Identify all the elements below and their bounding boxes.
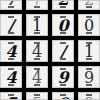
digit-cell-r3c2: 9 xyxy=(52,66,74,88)
digit-glyph: 2 xyxy=(79,0,99,10)
digit-glyph: 4 xyxy=(1,41,21,62)
digit-glyph: 4 xyxy=(1,67,21,88)
digit-cell-r1c1: 1 xyxy=(26,14,48,36)
digit-cell-r2c1: 4 xyxy=(26,40,48,62)
digit-glyph: 5 xyxy=(27,93,47,100)
digit-cell-r0c1: 7 xyxy=(26,0,48,10)
digit-cell-r4c2: 0 xyxy=(52,92,74,100)
digit-glyph: 0 xyxy=(53,93,73,100)
digit-glyph: / xyxy=(1,15,21,36)
digit-cell-r1c2: 0 xyxy=(52,14,74,36)
digit-cell-r1c3: 0 xyxy=(78,14,100,36)
digit-cell-r3c3: 9 xyxy=(78,66,100,88)
digit-glyph: 2 xyxy=(53,0,73,10)
digit-cell-r0c3: 2 xyxy=(78,0,100,10)
digit-glyph: 0 xyxy=(79,93,99,100)
digit-glyph: 4 xyxy=(27,41,47,62)
digit-glyph: / xyxy=(53,41,73,62)
digit-cell-r0c0: 7 xyxy=(0,0,22,10)
digit-glyph: 9 xyxy=(79,67,99,88)
digit-glyph: 5 xyxy=(1,93,21,100)
digit-cell-r4c1: 5 xyxy=(26,92,48,100)
digit-glyph: 1 xyxy=(27,15,47,36)
digit-glyph: 9 xyxy=(53,67,73,88)
digit-glyph: 0 xyxy=(79,15,99,36)
digit-cell-r1c0: / xyxy=(0,14,22,36)
digit-grid-board: 7 7 2 2 / 1 0 0 4 4 / 1 4 4 9 9 5 5 0 0 xyxy=(0,0,100,100)
digit-cell-r2c0: 4 xyxy=(0,40,22,62)
digit-glyph: 7 xyxy=(27,0,47,10)
digit-glyph: 4 xyxy=(27,67,47,88)
digit-cell-r3c0: 4 xyxy=(0,66,22,88)
digit-cell-r2c2: / xyxy=(52,40,74,62)
digit-cell-r0c2: 2 xyxy=(52,0,74,10)
digit-glyph: 7 xyxy=(1,0,21,10)
digit-cell-r3c1: 4 xyxy=(26,66,48,88)
digit-cell-r4c0: 5 xyxy=(0,92,22,100)
digit-cell-r4c3: 0 xyxy=(78,92,100,100)
digit-glyph: 1 xyxy=(79,41,99,62)
digit-cell-r2c3: 1 xyxy=(78,40,100,62)
digit-glyph: 0 xyxy=(53,15,73,36)
